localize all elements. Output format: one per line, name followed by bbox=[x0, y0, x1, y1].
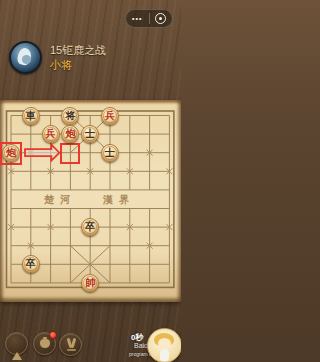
player-avatar[interactable] bbox=[147, 328, 181, 362]
mini-program-capsule: ••• bbox=[125, 9, 173, 28]
piece-炮-a3[interactable]: 炮 bbox=[2, 144, 20, 162]
xiangqi-board[interactable]: 楚河 漢界 車将兵兵炮士炮士卒卒帥 bbox=[0, 100, 181, 302]
piece-兵-f1[interactable]: 兵 bbox=[101, 107, 119, 125]
more-options-button[interactable]: ••• bbox=[126, 10, 149, 27]
piece-車-b1[interactable]: 車 bbox=[22, 107, 40, 125]
level-header: 15钜鹿之战 小将 bbox=[9, 41, 106, 74]
level-avatar bbox=[9, 41, 42, 74]
piece-卒-e7[interactable]: 卒 bbox=[81, 218, 99, 236]
level-title: 15钜鹿之战 bbox=[50, 44, 106, 56]
exit-button[interactable] bbox=[150, 13, 173, 24]
rank-list-button[interactable] bbox=[5, 332, 28, 355]
piece-兵-c2[interactable]: 兵 bbox=[42, 125, 60, 143]
mountain-icon bbox=[12, 335, 22, 353]
piece-帥-e10[interactable]: 帥 bbox=[81, 274, 99, 292]
piece-卒-b9[interactable]: 卒 bbox=[22, 255, 40, 273]
close-icon bbox=[155, 13, 166, 24]
rank-badge: 小将 bbox=[50, 59, 106, 71]
reward-bag-button[interactable] bbox=[33, 332, 56, 355]
piece-炮-d2[interactable]: 炮 bbox=[61, 125, 79, 143]
notification-badge bbox=[49, 331, 57, 339]
money-pouch-icon bbox=[40, 339, 50, 348]
pieces-layer: 車将兵兵炮士炮士卒卒帥 bbox=[0, 100, 181, 302]
piece-士-f3[interactable]: 士 bbox=[101, 144, 119, 162]
piece-士-e2[interactable]: 士 bbox=[81, 125, 99, 143]
piece-将-d1[interactable]: 将 bbox=[61, 107, 79, 125]
pray-help-button[interactable] bbox=[59, 333, 82, 356]
